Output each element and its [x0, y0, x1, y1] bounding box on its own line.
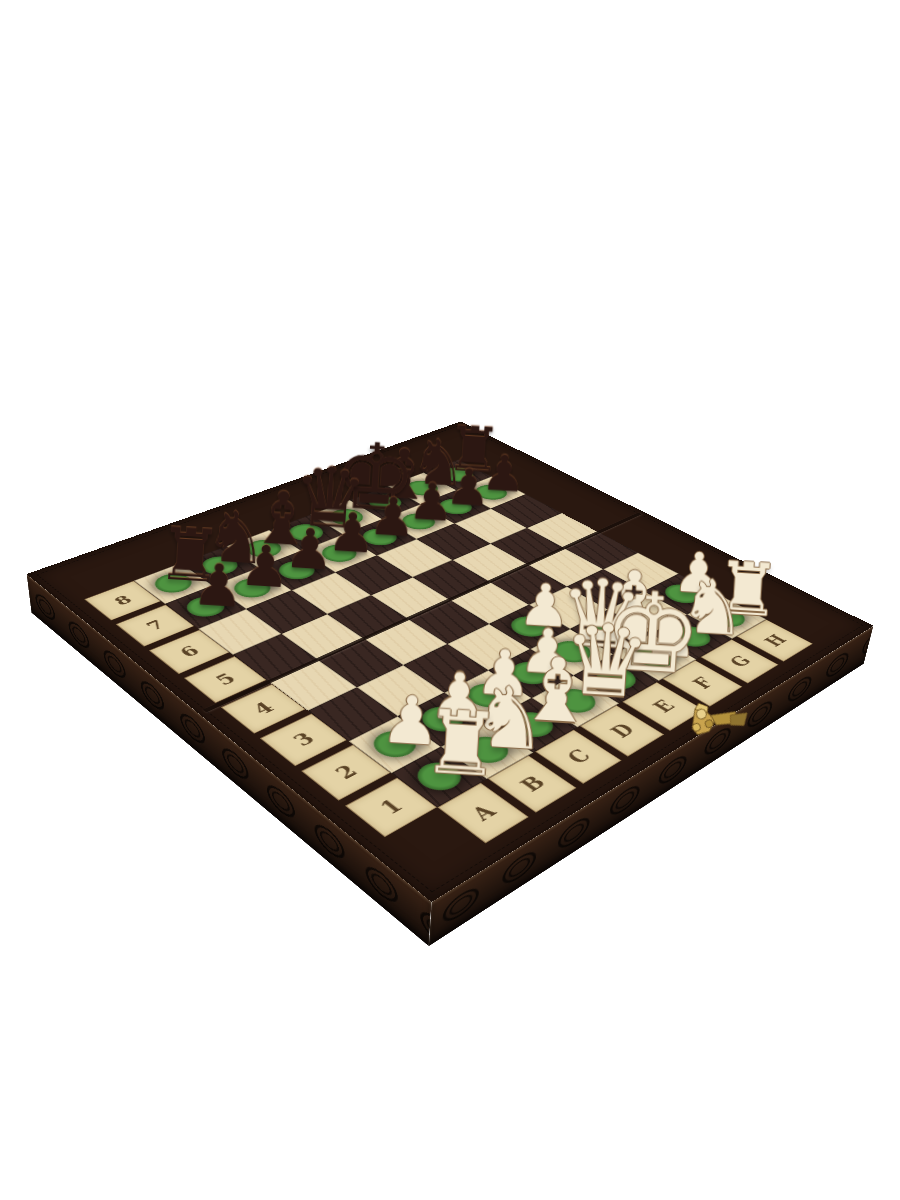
board-scene: 87654321 ABCDEFGH ♜♞♝♛♚♝♞♜♟♟♟♟♟♟♟♟♟♟♟♟♟♛…	[132, 282, 768, 918]
black-pawn: ♟	[188, 555, 249, 616]
board-frame: 87654321 ABCDEFGH ♜♞♝♛♚♝♞♜♟♟♟♟♟♟♟♟♟♟♟♟♟♛…	[27, 421, 874, 902]
white-rook: ♜	[420, 698, 493, 789]
board-3d: 87654321 ABCDEFGH ♜♞♝♛♚♝♞♜♟♟♟♟♟♟♟♟♟♟♟♟♟♛…	[27, 421, 874, 902]
chess-set-photo: 87654321 ABCDEFGH ♜♞♝♛♚♝♞♜♟♟♟♟♟♟♟♟♟♟♟♟♟♛…	[0, 0, 900, 1200]
